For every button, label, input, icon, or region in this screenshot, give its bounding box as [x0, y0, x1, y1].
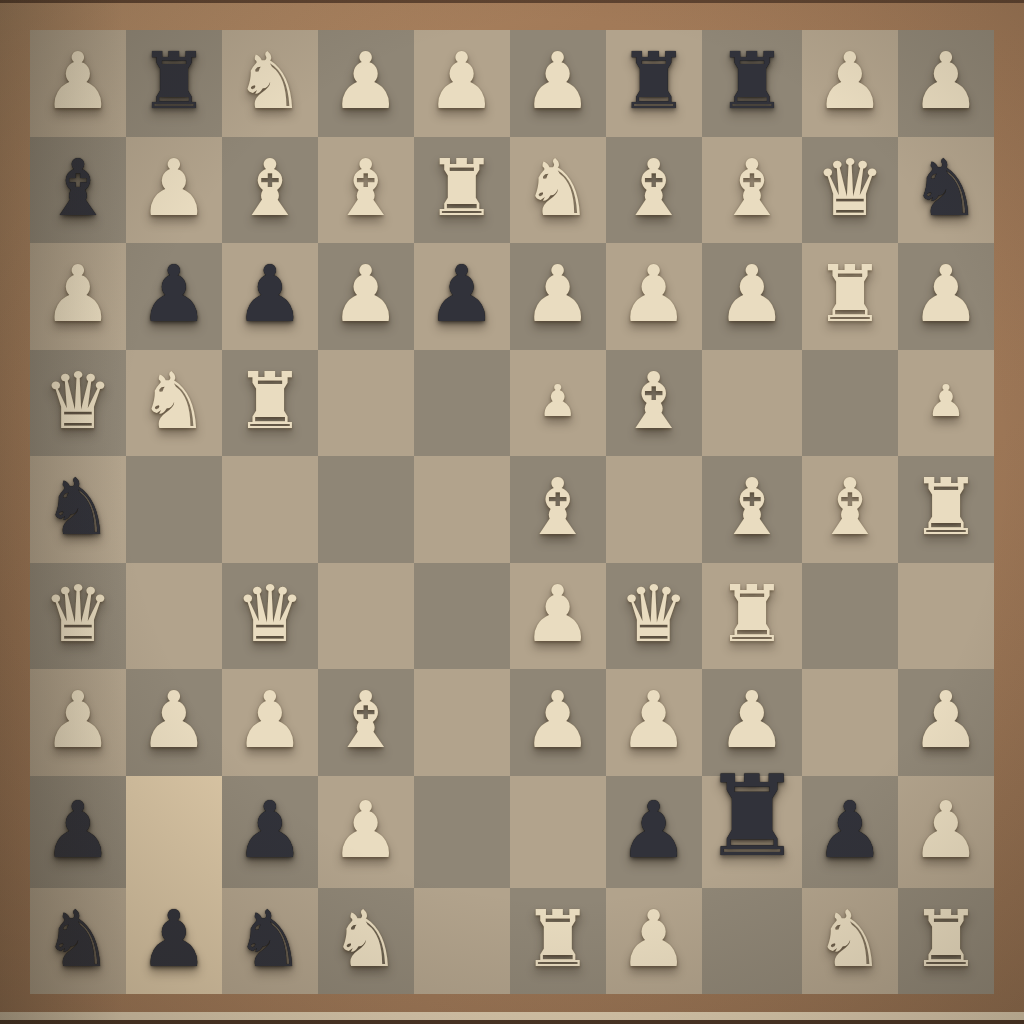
white-pawn-r8c4[interactable]: ♟ [331, 791, 401, 869]
square-r2c3[interactable]: ♝ [222, 137, 318, 244]
white-pawn-r1c4[interactable]: ♟ [331, 42, 401, 120]
square-r1c6[interactable]: ♟ [510, 30, 606, 137]
white-pawn-r1c10[interactable]: ♟ [911, 42, 981, 120]
square-r2c6[interactable]: ♞ [510, 137, 606, 244]
square-r4c6[interactable]: ♟ [510, 350, 606, 457]
white-bishop-r2c7[interactable]: ♝ [619, 149, 689, 227]
black-pawn-r3c5[interactable]: ♟ [427, 255, 497, 333]
white-pawn-r3c10[interactable]: ♟ [911, 255, 981, 333]
white-bishop-r5c9[interactable]: ♝ [815, 468, 885, 546]
white-queen-r2c9[interactable]: ♛ [815, 149, 885, 227]
square-r1c4[interactable]: ♟ [318, 30, 414, 137]
white-pawn-r3c6[interactable]: ♟ [523, 255, 593, 333]
white-rook-r4c3[interactable]: ♜ [235, 362, 305, 440]
square-r8c9[interactable]: ♟ [802, 776, 898, 888]
square-r5c8[interactable]: ♝ [702, 456, 802, 563]
square-r3c5[interactable]: ♟ [414, 243, 510, 350]
square-r7c3[interactable]: ♟ [222, 669, 318, 776]
square-r8c4[interactable]: ♟ [318, 776, 414, 888]
white-queen-r6c7[interactable]: ♛ [619, 575, 689, 653]
square-r8c1[interactable]: ♟ [30, 776, 126, 888]
square-r9c7[interactable]: ♟ [606, 888, 702, 995]
square-r2c1[interactable]: ♝ [30, 137, 126, 244]
white-bishop-r5c8[interactable]: ♝ [717, 468, 787, 546]
white-bishop-r7c4[interactable]: ♝ [331, 681, 401, 759]
white-pawn-r7c8[interactable]: ♟ [717, 681, 787, 759]
square-r5c6[interactable]: ♝ [510, 456, 606, 563]
square-r1c3[interactable]: ♞ [222, 30, 318, 137]
black-rook-r1c2[interactable]: ♜ [139, 42, 209, 120]
white-knight-r2c6[interactable]: ♞ [523, 149, 593, 227]
white-pawn-r3c1[interactable]: ♟ [43, 255, 113, 333]
white-knight-r4c2[interactable]: ♞ [139, 362, 209, 440]
square-r8c6[interactable] [510, 776, 606, 888]
white-pawn-r2c2[interactable]: ♟ [139, 149, 209, 227]
square-r7c9[interactable] [802, 669, 898, 776]
square-r3c10[interactable]: ♟ [898, 243, 994, 350]
square-r9c3[interactable]: ♞ [222, 888, 318, 995]
square-r4c2[interactable]: ♞ [126, 350, 222, 457]
square-r4c1[interactable]: ♛ [30, 350, 126, 457]
square-r5c2[interactable] [126, 456, 222, 563]
square-r5c10[interactable]: ♜ [898, 456, 994, 563]
square-r1c5[interactable]: ♟ [414, 30, 510, 137]
white-pawn-r8c10[interactable]: ♟ [911, 791, 981, 869]
white-pawn-r7c2[interactable]: ♟ [139, 681, 209, 759]
square-r4c3[interactable]: ♜ [222, 350, 318, 457]
white-rook-r5c10[interactable]: ♜ [911, 468, 981, 546]
square-r2c2[interactable]: ♟ [126, 137, 222, 244]
square-r6c6[interactable]: ♟ [510, 563, 606, 670]
white-queen-r6c1[interactable]: ♛ [43, 575, 113, 653]
white-bishop-r2c4[interactable]: ♝ [331, 149, 401, 227]
square-r3c9[interactable]: ♜ [802, 243, 898, 350]
white-pawn-r7c6[interactable]: ♟ [523, 681, 593, 759]
square-r4c10[interactable]: ♟ [898, 350, 994, 457]
white-pawn-r4c10[interactable]: ♟ [926, 379, 965, 423]
black-knight-r2c10[interactable]: ♞ [911, 149, 981, 227]
white-queen-r6c3[interactable]: ♛ [235, 575, 305, 653]
square-r2c8[interactable]: ♝ [702, 137, 802, 244]
square-r3c1[interactable]: ♟ [30, 243, 126, 350]
square-r5c9[interactable]: ♝ [802, 456, 898, 563]
square-r6c2[interactable] [126, 563, 222, 670]
square-r3c6[interactable]: ♟ [510, 243, 606, 350]
square-r6c3[interactable]: ♛ [222, 563, 318, 670]
square-r1c10[interactable]: ♟ [898, 30, 994, 137]
square-r4c5[interactable] [414, 350, 510, 457]
white-knight-r1c3[interactable]: ♞ [235, 42, 305, 120]
square-r6c8[interactable]: ♜ [702, 563, 802, 670]
black-pawn-r9c2[interactable]: ♟ [139, 900, 209, 978]
white-pawn-r1c1[interactable]: ♟ [43, 42, 113, 120]
black-knight-r9c3[interactable]: ♞ [235, 900, 305, 978]
white-rook-r6c8[interactable]: ♜ [717, 575, 787, 653]
square-r9c9[interactable]: ♞ [802, 888, 898, 995]
square-r9c1[interactable]: ♞ [30, 888, 126, 995]
square-r9c8[interactable] [702, 888, 802, 995]
chess-board: ♟♜♞♟♟♟♜♜♟♟♝♟♝♝♜♞♝♝♛♞♟♟♟♟♟♟♟♟♜♟♛♞♜♟♝♟♞♝♝♝… [30, 30, 994, 994]
white-pawn-r7c1[interactable]: ♟ [43, 681, 113, 759]
square-r3c2[interactable]: ♟ [126, 243, 222, 350]
square-r2c10[interactable]: ♞ [898, 137, 994, 244]
white-queen-r4c1[interactable]: ♛ [43, 362, 113, 440]
square-r8c5[interactable] [414, 776, 510, 888]
black-pawn-r8c3[interactable]: ♟ [235, 791, 305, 869]
square-r2c5[interactable]: ♜ [414, 137, 510, 244]
square-r4c4[interactable] [318, 350, 414, 457]
white-pawn-r1c9[interactable]: ♟ [815, 42, 885, 120]
white-pawn-r7c10[interactable]: ♟ [911, 681, 981, 759]
white-knight-r9c4[interactable]: ♞ [331, 900, 401, 978]
white-pawn-r3c4[interactable]: ♟ [331, 255, 401, 333]
square-r4c8[interactable] [702, 350, 802, 457]
white-bishop-r4c7[interactable]: ♝ [619, 362, 689, 440]
square-r4c9[interactable] [802, 350, 898, 457]
black-pawn-r8c1[interactable]: ♟ [43, 791, 113, 869]
square-r7c4[interactable]: ♝ [318, 669, 414, 776]
black-pawn-r8c9[interactable]: ♟ [815, 791, 885, 869]
black-pawn-r3c2[interactable]: ♟ [139, 255, 209, 333]
square-r2c7[interactable]: ♝ [606, 137, 702, 244]
white-pawn-r1c5[interactable]: ♟ [427, 42, 497, 120]
black-rook-r8c8[interactable]: ♜ [702, 760, 802, 872]
square-r5c7[interactable] [606, 456, 702, 563]
square-r8c10[interactable]: ♟ [898, 776, 994, 888]
square-r3c8[interactable]: ♟ [702, 243, 802, 350]
frame-bottom-highlight [0, 1012, 1024, 1020]
square-r5c3[interactable] [222, 456, 318, 563]
square-r8c2[interactable] [126, 776, 222, 888]
square-r6c9[interactable] [802, 563, 898, 670]
square-r7c7[interactable]: ♟ [606, 669, 702, 776]
square-r7c5[interactable] [414, 669, 510, 776]
white-pawn-r7c3[interactable]: ♟ [235, 681, 305, 759]
square-r1c9[interactable]: ♟ [802, 30, 898, 137]
square-r7c2[interactable]: ♟ [126, 669, 222, 776]
white-pawn-r6c6[interactable]: ♟ [523, 575, 593, 653]
white-pawn-r7c7[interactable]: ♟ [619, 681, 689, 759]
square-r9c5[interactable] [414, 888, 510, 995]
square-r6c4[interactable] [318, 563, 414, 670]
square-r1c2[interactable]: ♜ [126, 30, 222, 137]
white-pawn-r9c7[interactable]: ♟ [619, 900, 689, 978]
white-knight-r9c9[interactable]: ♞ [815, 900, 885, 978]
white-bishop-r2c3[interactable]: ♝ [235, 149, 305, 227]
square-r3c3[interactable]: ♟ [222, 243, 318, 350]
square-r6c7[interactable]: ♛ [606, 563, 702, 670]
black-bishop-r2c1[interactable]: ♝ [43, 149, 113, 227]
white-bishop-r5c6[interactable]: ♝ [523, 468, 593, 546]
square-r7c10[interactable]: ♟ [898, 669, 994, 776]
square-r9c2[interactable]: ♟ [126, 888, 222, 995]
white-pawn-r3c7[interactable]: ♟ [619, 255, 689, 333]
square-r2c4[interactable]: ♝ [318, 137, 414, 244]
white-bishop-r2c8[interactable]: ♝ [717, 149, 787, 227]
square-r9c10[interactable]: ♜ [898, 888, 994, 995]
wooden-frame: ♟♜♞♟♟♟♜♜♟♟♝♟♝♝♜♞♝♝♛♞♟♟♟♟♟♟♟♟♜♟♛♞♜♟♝♟♞♝♝♝… [0, 0, 1024, 1024]
square-r9c6[interactable]: ♜ [510, 888, 606, 995]
white-rook-r9c6[interactable]: ♜ [523, 900, 593, 978]
square-r1c7[interactable]: ♜ [606, 30, 702, 137]
square-r4c7[interactable]: ♝ [606, 350, 702, 457]
black-pawn-r3c3[interactable]: ♟ [235, 255, 305, 333]
square-r7c6[interactable]: ♟ [510, 669, 606, 776]
white-rook-r2c5[interactable]: ♜ [427, 149, 497, 227]
white-pawn-r1c6[interactable]: ♟ [523, 42, 593, 120]
square-r5c4[interactable] [318, 456, 414, 563]
black-rook-r1c7[interactable]: ♜ [619, 42, 689, 120]
white-rook-r3c9[interactable]: ♜ [815, 255, 885, 333]
square-r3c4[interactable]: ♟ [318, 243, 414, 350]
black-knight-r9c1[interactable]: ♞ [43, 900, 113, 978]
square-r8c3[interactable]: ♟ [222, 776, 318, 888]
black-rook-r1c8[interactable]: ♜ [717, 42, 787, 120]
square-r6c1[interactable]: ♛ [30, 563, 126, 670]
square-r5c1[interactable]: ♞ [30, 456, 126, 563]
white-pawn-r3c8[interactable]: ♟ [717, 255, 787, 333]
square-r6c5[interactable] [414, 563, 510, 670]
square-r1c1[interactable]: ♟ [30, 30, 126, 137]
square-r6c10[interactable] [898, 563, 994, 670]
square-r2c9[interactable]: ♛ [802, 137, 898, 244]
white-pawn-r4c6[interactable]: ♟ [538, 379, 577, 423]
black-knight-r5c1[interactable]: ♞ [43, 468, 113, 546]
square-r5c5[interactable] [414, 456, 510, 563]
square-r8c7[interactable]: ♟ [606, 776, 702, 888]
square-r3c7[interactable]: ♟ [606, 243, 702, 350]
square-r7c1[interactable]: ♟ [30, 669, 126, 776]
square-r8c8[interactable]: ♜ [702, 776, 802, 888]
white-rook-r9c10[interactable]: ♜ [911, 900, 981, 978]
square-r1c8[interactable]: ♜ [702, 30, 802, 137]
square-r9c4[interactable]: ♞ [318, 888, 414, 995]
black-pawn-r8c7[interactable]: ♟ [619, 791, 689, 869]
